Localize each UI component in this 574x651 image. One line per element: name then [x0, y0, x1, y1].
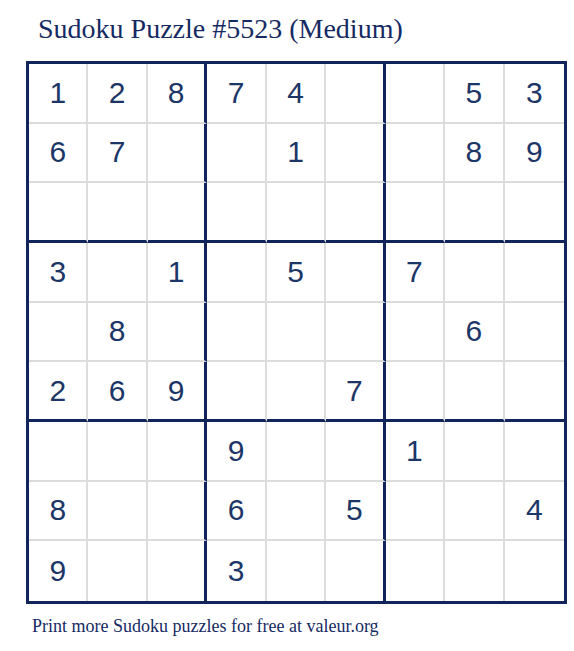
cell-r2c4[interactable] [207, 124, 266, 184]
cell-r9c6[interactable] [326, 541, 385, 601]
page-title: Sudoku Puzzle #5523 (Medium) [38, 12, 403, 46]
cell-r4c3[interactable]: 1 [148, 243, 207, 303]
cell-r2c2[interactable]: 7 [88, 124, 147, 184]
cell-r2c7[interactable] [386, 124, 445, 184]
cell-r1c5[interactable]: 4 [267, 64, 326, 124]
cell-r8c1[interactable]: 8 [29, 482, 88, 542]
cell-r9c3[interactable] [148, 541, 207, 601]
cell-r1c7[interactable] [386, 64, 445, 124]
cell-r7c9[interactable] [505, 422, 564, 482]
cell-r3c9[interactable] [505, 183, 564, 243]
cell-r5c9[interactable] [505, 303, 564, 363]
cell-r5c3[interactable] [148, 303, 207, 363]
cell-r4c1[interactable]: 3 [29, 243, 88, 303]
cell-r1c2[interactable]: 2 [88, 64, 147, 124]
cell-r8c8[interactable] [445, 482, 504, 542]
cell-r1c9[interactable]: 3 [505, 64, 564, 124]
cell-r2c9[interactable]: 9 [505, 124, 564, 184]
cell-r1c3[interactable]: 8 [148, 64, 207, 124]
cell-r7c8[interactable] [445, 422, 504, 482]
cell-r8c4[interactable]: 6 [207, 482, 266, 542]
cell-r2c5[interactable]: 1 [267, 124, 326, 184]
cell-r3c5[interactable] [267, 183, 326, 243]
cell-r6c6[interactable]: 7 [326, 362, 385, 422]
cell-r4c4[interactable] [207, 243, 266, 303]
cell-r9c9[interactable] [505, 541, 564, 601]
cell-r5c4[interactable] [207, 303, 266, 363]
cell-r4c2[interactable] [88, 243, 147, 303]
cell-r6c3[interactable]: 9 [148, 362, 207, 422]
cell-r9c8[interactable] [445, 541, 504, 601]
footer-text: Print more Sudoku puzzles for free at va… [32, 614, 379, 638]
cell-r1c6[interactable] [326, 64, 385, 124]
cell-r9c7[interactable] [386, 541, 445, 601]
cell-r7c7[interactable]: 1 [386, 422, 445, 482]
cell-r1c8[interactable]: 5 [445, 64, 504, 124]
cell-r1c4[interactable]: 7 [207, 64, 266, 124]
cell-r9c4[interactable]: 3 [207, 541, 266, 601]
cell-r2c6[interactable] [326, 124, 385, 184]
cell-r8c7[interactable] [386, 482, 445, 542]
cell-r7c4[interactable]: 9 [207, 422, 266, 482]
cell-r6c7[interactable] [386, 362, 445, 422]
cell-r4c6[interactable] [326, 243, 385, 303]
cell-r9c1[interactable]: 9 [29, 541, 88, 601]
cell-r6c2[interactable]: 6 [88, 362, 147, 422]
cell-r7c3[interactable] [148, 422, 207, 482]
cell-r4c7[interactable]: 7 [386, 243, 445, 303]
cell-r8c2[interactable] [88, 482, 147, 542]
cell-r5c1[interactable] [29, 303, 88, 363]
cell-r9c5[interactable] [267, 541, 326, 601]
sudoku-board: 128745367189315786269791865493 [26, 61, 567, 604]
cell-r7c6[interactable] [326, 422, 385, 482]
cell-r4c5[interactable]: 5 [267, 243, 326, 303]
cell-r3c7[interactable] [386, 183, 445, 243]
cell-r7c2[interactable] [88, 422, 147, 482]
cell-r9c2[interactable] [88, 541, 147, 601]
cell-r8c5[interactable] [267, 482, 326, 542]
cell-r3c1[interactable] [29, 183, 88, 243]
cell-r3c8[interactable] [445, 183, 504, 243]
cell-r2c8[interactable]: 8 [445, 124, 504, 184]
cell-r4c9[interactable] [505, 243, 564, 303]
cell-r6c9[interactable] [505, 362, 564, 422]
cell-r8c3[interactable] [148, 482, 207, 542]
cell-r6c1[interactable]: 2 [29, 362, 88, 422]
cell-r2c1[interactable]: 6 [29, 124, 88, 184]
sudoku-page: Sudoku Puzzle #5523 (Medium) 12874536718… [0, 0, 574, 651]
cell-r6c8[interactable] [445, 362, 504, 422]
cell-r3c6[interactable] [326, 183, 385, 243]
cell-r7c1[interactable] [29, 422, 88, 482]
cell-r5c8[interactable]: 6 [445, 303, 504, 363]
cell-r2c3[interactable] [148, 124, 207, 184]
cell-r1c1[interactable]: 1 [29, 64, 88, 124]
cell-r7c5[interactable] [267, 422, 326, 482]
cell-r6c5[interactable] [267, 362, 326, 422]
cell-r5c5[interactable] [267, 303, 326, 363]
cell-r5c6[interactable] [326, 303, 385, 363]
cell-r8c6[interactable]: 5 [326, 482, 385, 542]
cell-r3c2[interactable] [88, 183, 147, 243]
cell-r5c2[interactable]: 8 [88, 303, 147, 363]
cell-r3c3[interactable] [148, 183, 207, 243]
cell-r6c4[interactable] [207, 362, 266, 422]
cell-r4c8[interactable] [445, 243, 504, 303]
cell-r8c9[interactable]: 4 [505, 482, 564, 542]
cell-r5c7[interactable] [386, 303, 445, 363]
cell-r3c4[interactable] [207, 183, 266, 243]
